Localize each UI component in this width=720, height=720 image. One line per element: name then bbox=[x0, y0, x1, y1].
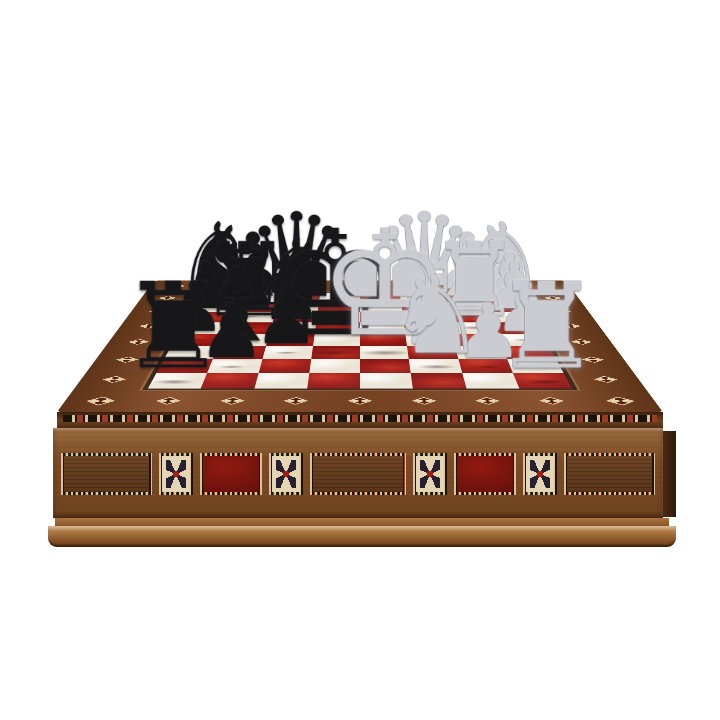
molding-bullnose bbox=[48, 526, 676, 547]
box-panel-star-inlay bbox=[272, 456, 300, 492]
box-right-side bbox=[663, 431, 676, 517]
chess-board: ♞♟♟♞♟♝♛♛♝♟♟♟♞♟♝♟♜♟♟♜♟♟♝♟♚♚♟♟♞♟♜♜ bbox=[57, 281, 663, 412]
pieces-layer: ♞♟♟♞♟♝♛♛♝♟♟♟♞♟♝♟♜♟♟♜♟♟♝♟♚♚♟♟♞♟♜♜ bbox=[57, 281, 663, 412]
box-panel-star bbox=[269, 453, 303, 495]
box-panel-wood-inlay bbox=[313, 456, 403, 492]
box-panel-red bbox=[200, 453, 262, 495]
box-panel-star bbox=[523, 453, 557, 495]
box-panel-wood bbox=[61, 453, 152, 495]
board-front-edge bbox=[57, 412, 663, 428]
piece-silver-knight-f2[interactable]: ♞ bbox=[388, 264, 485, 367]
board-scene: ♞♟♟♞♟♝♛♛♝♟♟♟♞♟♝♟♜♟♟♜♟♟♝♟♚♚♟♟♞♟♜♜ bbox=[57, 170, 663, 412]
storage-box-front bbox=[53, 428, 663, 518]
box-panel-wood bbox=[564, 453, 655, 495]
box-panel-red bbox=[454, 453, 516, 495]
box-inlay-panel-band bbox=[61, 453, 655, 495]
box-panel-wood-inlay bbox=[567, 456, 652, 492]
molding-step bbox=[55, 518, 669, 526]
box-panel-star-inlay bbox=[162, 456, 190, 492]
box-panel-wood-inlay bbox=[64, 456, 149, 492]
box-panel-wood bbox=[310, 453, 406, 495]
box-base-molding bbox=[48, 518, 676, 548]
box-panel-star-inlay bbox=[526, 456, 554, 492]
box-panel-star bbox=[159, 453, 193, 495]
box-panel-red-inlay bbox=[457, 456, 513, 492]
box-panel-star-inlay bbox=[416, 456, 444, 492]
box-panel-star bbox=[413, 453, 447, 495]
box-panel-red-inlay bbox=[203, 456, 259, 492]
